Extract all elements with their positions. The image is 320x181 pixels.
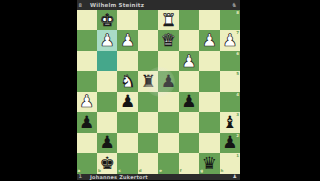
square-d2[interactable] [138,133,158,153]
square-h8[interactable]: 8 [220,10,240,30]
square-f3[interactable] [179,112,199,132]
square-h1[interactable]: 1h [220,153,240,173]
square-d1[interactable]: d [138,153,158,173]
square-c3[interactable] [117,112,137,132]
square-a5[interactable] [77,71,97,91]
square-d8[interactable] [138,10,158,30]
file-label-a: a [78,169,81,173]
square-e2[interactable] [158,133,178,153]
square-c4[interactable]: ♟ [117,92,137,112]
piece-white-king[interactable]: ♚ [100,11,115,28]
piece-white-pawn[interactable]: ♟ [222,32,237,49]
square-b4[interactable] [97,92,117,112]
square-f1[interactable]: f [179,153,199,173]
square-e4[interactable] [158,92,178,112]
square-b6[interactable] [97,51,117,71]
square-f7[interactable] [179,30,199,50]
square-g5[interactable] [199,71,219,91]
piece-black-bishop[interactable]: ♝ [222,113,237,130]
piece-black-pawn[interactable]: ♟ [161,73,176,90]
knight-icon: ♞ [232,2,237,8]
piece-white-pawn[interactable]: ♟ [100,32,115,49]
rank-label-5: 5 [236,72,239,76]
square-c8[interactable] [117,10,137,30]
square-a6[interactable] [77,51,97,71]
square-g7[interactable]: ♟ [199,30,219,50]
square-c6[interactable] [117,51,137,71]
square-f8[interactable] [179,10,199,30]
piece-white-queen[interactable]: ♛ [161,32,176,49]
rank-label-1: 1 [236,154,239,158]
file-label-e: e [159,169,162,173]
piece-black-pawn[interactable]: ♟ [222,134,237,151]
square-h2[interactable]: 2♟ [220,133,240,153]
square-d3[interactable] [138,112,158,132]
top-edge-label: 8 [79,3,82,8]
rank-label-6: 6 [236,52,239,56]
square-h6[interactable]: 6 [220,51,240,71]
piece-white-knight[interactable]: ♞ [120,73,135,90]
square-e8[interactable]: ♜ [158,10,178,30]
piece-black-queen[interactable]: ♛ [202,154,217,171]
square-d5[interactable]: ♜ [138,71,158,91]
pawn-icon: ♟ [233,174,237,179]
square-b3[interactable] [97,112,117,132]
bottom-player-bar: 1 Johannes Zukertort ♟ [77,174,241,181]
square-b1[interactable]: b♚ [97,153,117,173]
square-b7[interactable]: ♟ [97,30,117,50]
bottom-edge-label: 1 [79,174,82,179]
piece-white-pawn[interactable]: ♟ [181,52,196,69]
piece-white-pawn[interactable]: ♟ [79,93,94,110]
square-f2[interactable] [179,133,199,153]
square-e7[interactable]: ♛ [158,30,178,50]
file-label-h: h [221,169,224,173]
square-d6[interactable] [138,51,158,71]
square-f4[interactable]: ♟ [179,92,199,112]
square-a8[interactable] [77,10,97,30]
square-a4[interactable]: ♟ [77,92,97,112]
square-e3[interactable] [158,112,178,132]
square-a2[interactable] [77,133,97,153]
square-b8[interactable]: ♚ [97,10,117,30]
rank-label-4: 4 [236,93,239,97]
piece-black-pawn[interactable]: ♟ [79,113,94,130]
square-h5[interactable]: 5 [220,71,240,91]
piece-white-pawn[interactable]: ♟ [202,32,217,49]
file-label-c: c [118,169,120,173]
square-c7[interactable]: ♟ [117,30,137,50]
piece-black-pawn[interactable]: ♟ [120,93,135,110]
square-a3[interactable]: ♟ [77,112,97,132]
left-pillarbox [0,0,77,180]
square-b5[interactable] [97,71,117,91]
square-g2[interactable] [199,133,219,153]
square-g4[interactable] [199,92,219,112]
square-g3[interactable] [199,112,219,132]
rank-label-8: 8 [236,11,239,15]
square-c2[interactable] [117,133,137,153]
square-f5[interactable] [179,71,199,91]
square-d4[interactable] [138,92,158,112]
right-pillarbox [240,0,320,180]
file-label-f: f [180,169,182,173]
square-b2[interactable]: ♟ [97,133,117,153]
square-h4[interactable]: 4 [220,92,240,112]
piece-black-pawn[interactable]: ♟ [181,93,196,110]
square-h7[interactable]: 7♟ [220,30,240,50]
square-d7[interactable] [138,30,158,50]
video-frame: 8 Wilhelm Steinitz ♞ ♚♜8♟♟♛♟7♟♟6♞♜♟5♟♟♟4… [0,0,320,180]
chess-board[interactable]: ♚♜8♟♟♛♟7♟♟6♞♜♟5♟♟♟4♟3♝♟2♟ab♚cdefg♛1h [77,10,241,174]
file-label-d: d [139,169,142,173]
square-e1[interactable]: e [158,153,178,173]
piece-black-pawn[interactable]: ♟ [100,134,115,151]
square-e6[interactable] [158,51,178,71]
top-player-name: Wilhelm Steinitz [90,2,144,8]
square-a7[interactable] [77,30,97,50]
square-c5[interactable]: ♞ [117,71,137,91]
piece-black-rook[interactable]: ♜ [140,73,155,90]
square-g8[interactable] [199,10,219,30]
piece-white-pawn[interactable]: ♟ [120,32,135,49]
square-e5[interactable]: ♟ [158,71,178,91]
square-f6[interactable]: ♟ [179,51,199,71]
square-g1[interactable]: g♛ [199,153,219,173]
bottom-player-name: Johannes Zukertort [90,174,148,180]
square-a1[interactable]: a [77,153,97,173]
square-h3[interactable]: 3♝ [220,112,240,132]
square-c1[interactable]: c [117,153,137,173]
piece-black-king[interactable]: ♚ [100,154,115,171]
square-g6[interactable] [199,51,219,71]
piece-white-rook[interactable]: ♜ [161,11,176,28]
